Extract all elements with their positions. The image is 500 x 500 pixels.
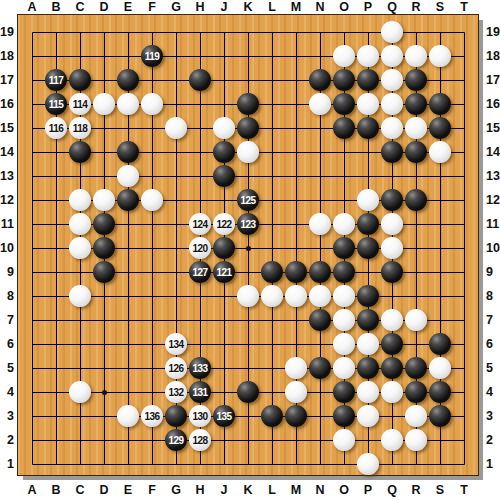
board-cell-P12[interactable] <box>356 188 380 212</box>
white-stone-Q18[interactable] <box>381 45 403 67</box>
board-cell-J6[interactable] <box>212 332 236 356</box>
board-cell-R17[interactable] <box>404 68 428 92</box>
board-cell-G10[interactable] <box>164 236 188 260</box>
board-cell-D2[interactable] <box>92 428 116 452</box>
board-cell-R18[interactable] <box>404 44 428 68</box>
black-stone-C14[interactable] <box>69 141 91 163</box>
board-cell-P4[interactable] <box>356 380 380 404</box>
board-cell-C15[interactable]: 118 <box>68 116 92 140</box>
board-cell-H12[interactable] <box>188 188 212 212</box>
board-cell-P13[interactable] <box>356 164 380 188</box>
board-cell-H18[interactable] <box>188 44 212 68</box>
white-stone-M5[interactable] <box>285 357 307 379</box>
black-stone-O3[interactable] <box>333 405 355 427</box>
board-cell-D16[interactable] <box>92 92 116 116</box>
board-cell-O5[interactable] <box>332 356 356 380</box>
board-cell-F13[interactable] <box>140 164 164 188</box>
board-cell-L2[interactable] <box>260 428 284 452</box>
board-cell-H17[interactable] <box>188 68 212 92</box>
board-cell-J15[interactable] <box>212 116 236 140</box>
board-cell-L18[interactable] <box>260 44 284 68</box>
board-cell-B14[interactable] <box>44 140 68 164</box>
board-cell-H7[interactable] <box>188 308 212 332</box>
board-cell-J16[interactable] <box>212 92 236 116</box>
board-cell-M16[interactable] <box>284 92 308 116</box>
board-cell-L5[interactable] <box>260 356 284 380</box>
board-cell-M13[interactable] <box>284 164 308 188</box>
board-cell-S7[interactable] <box>428 308 452 332</box>
black-stone-R4[interactable] <box>405 381 427 403</box>
board-cell-S14[interactable] <box>428 140 452 164</box>
black-stone-O4[interactable] <box>333 381 355 403</box>
board-cell-A16[interactable] <box>20 92 44 116</box>
black-stone-D9[interactable] <box>93 261 115 283</box>
board-cell-G4[interactable]: 132 <box>164 380 188 404</box>
board-cell-A6[interactable] <box>20 332 44 356</box>
board-cell-G6[interactable]: 134 <box>164 332 188 356</box>
board-cell-L12[interactable] <box>260 188 284 212</box>
board-cell-T5[interactable] <box>452 356 476 380</box>
board-cell-A14[interactable] <box>20 140 44 164</box>
board-cell-H11[interactable]: 124 <box>188 212 212 236</box>
board-cell-P16[interactable] <box>356 92 380 116</box>
board-cell-B19[interactable] <box>44 20 68 44</box>
board-cell-S15[interactable] <box>428 116 452 140</box>
white-stone-F12[interactable] <box>141 189 163 211</box>
board-cell-J4[interactable] <box>212 380 236 404</box>
board-cell-M1[interactable] <box>284 452 308 476</box>
black-stone-N17[interactable] <box>309 69 331 91</box>
board-cell-O11[interactable] <box>332 212 356 236</box>
board-cell-G15[interactable] <box>164 116 188 140</box>
white-stone-G6[interactable]: 134 <box>165 333 187 355</box>
white-stone-O11[interactable] <box>333 213 355 235</box>
board-cell-E1[interactable] <box>116 452 140 476</box>
white-stone-C16[interactable]: 114 <box>69 93 91 115</box>
board-cell-B1[interactable] <box>44 452 68 476</box>
board-cell-F19[interactable] <box>140 20 164 44</box>
board-cell-E5[interactable] <box>116 356 140 380</box>
board-cell-O9[interactable] <box>332 260 356 284</box>
white-stone-R3[interactable] <box>405 405 427 427</box>
board-cell-A17[interactable] <box>20 68 44 92</box>
board-cell-J8[interactable] <box>212 284 236 308</box>
board-cell-D9[interactable] <box>92 260 116 284</box>
board-cell-G14[interactable] <box>164 140 188 164</box>
board-cell-R3[interactable] <box>404 404 428 428</box>
board-cell-O8[interactable] <box>332 284 356 308</box>
white-stone-P6[interactable] <box>357 333 379 355</box>
board-cell-F8[interactable] <box>140 284 164 308</box>
black-stone-J13[interactable] <box>213 165 235 187</box>
board-cell-E13[interactable] <box>116 164 140 188</box>
white-stone-Q4[interactable] <box>381 381 403 403</box>
board-cell-B13[interactable] <box>44 164 68 188</box>
board-cell-D7[interactable] <box>92 308 116 332</box>
black-stone-O17[interactable] <box>333 69 355 91</box>
board-cell-K10[interactable] <box>236 236 260 260</box>
black-stone-O10[interactable] <box>333 237 355 259</box>
board-cell-G17[interactable] <box>164 68 188 92</box>
black-stone-N9[interactable] <box>309 261 331 283</box>
board-cell-M17[interactable] <box>284 68 308 92</box>
board-cell-Q17[interactable] <box>380 68 404 92</box>
board-cell-T19[interactable] <box>452 20 476 44</box>
board-cell-L10[interactable] <box>260 236 284 260</box>
board-cell-O19[interactable] <box>332 20 356 44</box>
board-cell-M15[interactable] <box>284 116 308 140</box>
black-stone-L9[interactable] <box>261 261 283 283</box>
board-cell-D8[interactable] <box>92 284 116 308</box>
white-stone-J15[interactable] <box>213 117 235 139</box>
board-cell-C1[interactable] <box>68 452 92 476</box>
board-cell-R16[interactable] <box>404 92 428 116</box>
board-cell-P9[interactable] <box>356 260 380 284</box>
black-stone-C17[interactable] <box>69 69 91 91</box>
board-cell-D3[interactable] <box>92 404 116 428</box>
board-cell-S9[interactable] <box>428 260 452 284</box>
black-stone-J10[interactable] <box>213 237 235 259</box>
board-cell-Q2[interactable] <box>380 428 404 452</box>
board-cell-N4[interactable] <box>308 380 332 404</box>
white-stone-P16[interactable] <box>357 93 379 115</box>
white-stone-H3[interactable]: 130 <box>189 405 211 427</box>
board-cell-R1[interactable] <box>404 452 428 476</box>
white-stone-E16[interactable] <box>117 93 139 115</box>
white-stone-C10[interactable] <box>69 237 91 259</box>
board-cell-S1[interactable] <box>428 452 452 476</box>
board-cell-H6[interactable] <box>188 332 212 356</box>
board-cell-O16[interactable] <box>332 92 356 116</box>
black-stone-Q9[interactable] <box>381 261 403 283</box>
board-cell-O4[interactable] <box>332 380 356 404</box>
board-cell-B17[interactable]: 117 <box>44 68 68 92</box>
white-stone-Q10[interactable] <box>381 237 403 259</box>
board-cell-Q3[interactable] <box>380 404 404 428</box>
board-cell-J2[interactable] <box>212 428 236 452</box>
board-cell-P19[interactable] <box>356 20 380 44</box>
board-cell-S6[interactable] <box>428 332 452 356</box>
board-cell-H10[interactable]: 120 <box>188 236 212 260</box>
board-cell-E15[interactable] <box>116 116 140 140</box>
board-cell-G11[interactable] <box>164 212 188 236</box>
board-cell-B10[interactable] <box>44 236 68 260</box>
white-stone-J11[interactable]: 122 <box>213 213 235 235</box>
board-cell-G5[interactable]: 126 <box>164 356 188 380</box>
board-cell-B4[interactable] <box>44 380 68 404</box>
board-cell-K18[interactable] <box>236 44 260 68</box>
board-cell-H1[interactable] <box>188 452 212 476</box>
board-cell-A13[interactable] <box>20 164 44 188</box>
board-cell-S19[interactable] <box>428 20 452 44</box>
board-cell-M18[interactable] <box>284 44 308 68</box>
black-stone-O15[interactable] <box>333 117 355 139</box>
board-cell-M10[interactable] <box>284 236 308 260</box>
white-stone-S5[interactable] <box>429 357 451 379</box>
board-cell-C6[interactable] <box>68 332 92 356</box>
board-cell-O2[interactable] <box>332 428 356 452</box>
board-cell-K17[interactable] <box>236 68 260 92</box>
board-cell-S4[interactable] <box>428 380 452 404</box>
white-stone-C4[interactable] <box>69 381 91 403</box>
board-cell-P2[interactable] <box>356 428 380 452</box>
board-cell-A5[interactable] <box>20 356 44 380</box>
board-cell-E11[interactable] <box>116 212 140 236</box>
white-stone-O8[interactable] <box>333 285 355 307</box>
board-cell-J18[interactable] <box>212 44 236 68</box>
board-cell-L4[interactable] <box>260 380 284 404</box>
board-cell-J11[interactable]: 122 <box>212 212 236 236</box>
board-cell-L8[interactable] <box>260 284 284 308</box>
white-stone-H10[interactable]: 120 <box>189 237 211 259</box>
white-stone-E3[interactable] <box>117 405 139 427</box>
white-stone-R2[interactable] <box>405 429 427 451</box>
board-cell-S8[interactable] <box>428 284 452 308</box>
board-cell-R8[interactable] <box>404 284 428 308</box>
black-stone-P5[interactable] <box>357 357 379 379</box>
board-cell-G2[interactable]: 129 <box>164 428 188 452</box>
board-cell-B11[interactable] <box>44 212 68 236</box>
white-stone-O7[interactable] <box>333 309 355 331</box>
white-stone-F3[interactable]: 136 <box>141 405 163 427</box>
board-cell-C11[interactable] <box>68 212 92 236</box>
black-stone-K15[interactable] <box>237 117 259 139</box>
white-stone-L8[interactable] <box>261 285 283 307</box>
black-stone-P8[interactable] <box>357 285 379 307</box>
board-cell-G13[interactable] <box>164 164 188 188</box>
board-cell-T7[interactable] <box>452 308 476 332</box>
board-cell-N18[interactable] <box>308 44 332 68</box>
board-cell-E12[interactable] <box>116 188 140 212</box>
board-cell-C3[interactable] <box>68 404 92 428</box>
board-cell-F10[interactable] <box>140 236 164 260</box>
white-stone-H2[interactable]: 128 <box>189 429 211 451</box>
black-stone-K16[interactable] <box>237 93 259 115</box>
white-stone-P4[interactable] <box>357 381 379 403</box>
board-cell-M2[interactable] <box>284 428 308 452</box>
board-cell-D1[interactable] <box>92 452 116 476</box>
board-cell-L16[interactable] <box>260 92 284 116</box>
board-cell-C13[interactable] <box>68 164 92 188</box>
board-cell-N5[interactable] <box>308 356 332 380</box>
board-cell-Q4[interactable] <box>380 380 404 404</box>
board-cell-R15[interactable] <box>404 116 428 140</box>
board-cell-O12[interactable] <box>332 188 356 212</box>
white-stone-Q2[interactable] <box>381 429 403 451</box>
board-cell-T16[interactable] <box>452 92 476 116</box>
board-cell-A11[interactable] <box>20 212 44 236</box>
white-stone-M4[interactable] <box>285 381 307 403</box>
board-cell-S10[interactable] <box>428 236 452 260</box>
board-cell-P11[interactable] <box>356 212 380 236</box>
board-cell-K14[interactable] <box>236 140 260 164</box>
board-cell-K16[interactable] <box>236 92 260 116</box>
black-stone-B17[interactable]: 117 <box>45 69 67 91</box>
board-cell-T1[interactable] <box>452 452 476 476</box>
board-cell-Q7[interactable] <box>380 308 404 332</box>
board-cell-H5[interactable]: 133 <box>188 356 212 380</box>
board-cell-A19[interactable] <box>20 20 44 44</box>
white-stone-F16[interactable] <box>141 93 163 115</box>
white-stone-O5[interactable] <box>333 357 355 379</box>
board-cell-K1[interactable] <box>236 452 260 476</box>
board-cell-C4[interactable] <box>68 380 92 404</box>
board-cell-J9[interactable]: 121 <box>212 260 236 284</box>
board-cell-N14[interactable] <box>308 140 332 164</box>
black-stone-Q12[interactable] <box>381 189 403 211</box>
black-stone-M9[interactable] <box>285 261 307 283</box>
board-cell-E8[interactable] <box>116 284 140 308</box>
board-cell-N13[interactable] <box>308 164 332 188</box>
board-cell-F5[interactable] <box>140 356 164 380</box>
board-cell-M8[interactable] <box>284 284 308 308</box>
board-cell-K19[interactable] <box>236 20 260 44</box>
board-cell-H14[interactable] <box>188 140 212 164</box>
black-stone-N5[interactable] <box>309 357 331 379</box>
white-stone-C15[interactable]: 118 <box>69 117 91 139</box>
white-stone-P18[interactable] <box>357 45 379 67</box>
board-cell-D10[interactable] <box>92 236 116 260</box>
black-stone-O16[interactable] <box>333 93 355 115</box>
board-cell-O7[interactable] <box>332 308 356 332</box>
board-cell-O15[interactable] <box>332 116 356 140</box>
board-cell-P10[interactable] <box>356 236 380 260</box>
board-cell-Q10[interactable] <box>380 236 404 260</box>
board-cell-K4[interactable] <box>236 380 260 404</box>
board-cell-C8[interactable] <box>68 284 92 308</box>
black-stone-K11[interactable]: 123 <box>237 213 259 235</box>
board-cell-F4[interactable] <box>140 380 164 404</box>
board-cell-M6[interactable] <box>284 332 308 356</box>
board-cell-Q1[interactable] <box>380 452 404 476</box>
board-cell-P17[interactable] <box>356 68 380 92</box>
board-cell-P7[interactable] <box>356 308 380 332</box>
black-stone-D11[interactable] <box>93 213 115 235</box>
white-stone-R15[interactable] <box>405 117 427 139</box>
board-cell-F7[interactable] <box>140 308 164 332</box>
white-stone-Q7[interactable] <box>381 309 403 331</box>
board-cell-O6[interactable] <box>332 332 356 356</box>
board-cell-B5[interactable] <box>44 356 68 380</box>
board-cell-E19[interactable] <box>116 20 140 44</box>
board-cell-O1[interactable] <box>332 452 356 476</box>
board-cell-C10[interactable] <box>68 236 92 260</box>
board-cell-K6[interactable] <box>236 332 260 356</box>
board-cell-E16[interactable] <box>116 92 140 116</box>
board-cell-E10[interactable] <box>116 236 140 260</box>
white-stone-P3[interactable] <box>357 405 379 427</box>
white-stone-H11[interactable]: 124 <box>189 213 211 235</box>
board-cell-G18[interactable] <box>164 44 188 68</box>
white-stone-R18[interactable] <box>405 45 427 67</box>
board-cell-R4[interactable] <box>404 380 428 404</box>
board-cell-T3[interactable] <box>452 404 476 428</box>
board-cell-Q12[interactable] <box>380 188 404 212</box>
board-cell-N3[interactable] <box>308 404 332 428</box>
board-cell-T17[interactable] <box>452 68 476 92</box>
board-cell-A8[interactable] <box>20 284 44 308</box>
board-cell-D17[interactable] <box>92 68 116 92</box>
board-cell-J17[interactable] <box>212 68 236 92</box>
board-cell-C19[interactable] <box>68 20 92 44</box>
white-stone-N16[interactable] <box>309 93 331 115</box>
board-cell-S5[interactable] <box>428 356 452 380</box>
board-cell-F17[interactable] <box>140 68 164 92</box>
board-cell-F14[interactable] <box>140 140 164 164</box>
board-cell-C2[interactable] <box>68 428 92 452</box>
board-cell-D14[interactable] <box>92 140 116 164</box>
board-cell-Q9[interactable] <box>380 260 404 284</box>
board-cell-B18[interactable] <box>44 44 68 68</box>
board-cell-F9[interactable] <box>140 260 164 284</box>
board-cell-L17[interactable] <box>260 68 284 92</box>
board-cell-E9[interactable] <box>116 260 140 284</box>
board-cell-R13[interactable] <box>404 164 428 188</box>
board-cell-H8[interactable] <box>188 284 212 308</box>
board-cell-F11[interactable] <box>140 212 164 236</box>
board-cell-M14[interactable] <box>284 140 308 164</box>
board-cell-F6[interactable] <box>140 332 164 356</box>
black-stone-S3[interactable] <box>429 405 451 427</box>
board-cell-M11[interactable] <box>284 212 308 236</box>
board-cell-A2[interactable] <box>20 428 44 452</box>
board-cell-J14[interactable] <box>212 140 236 164</box>
board-cell-P14[interactable] <box>356 140 380 164</box>
board-cell-J3[interactable]: 135 <box>212 404 236 428</box>
board-cell-S16[interactable] <box>428 92 452 116</box>
board-cell-B2[interactable] <box>44 428 68 452</box>
board-cell-J10[interactable] <box>212 236 236 260</box>
board-cell-G7[interactable] <box>164 308 188 332</box>
board-cell-R19[interactable] <box>404 20 428 44</box>
board-cell-N8[interactable] <box>308 284 332 308</box>
board-cell-O18[interactable] <box>332 44 356 68</box>
board-cell-M4[interactable] <box>284 380 308 404</box>
board-cell-Q11[interactable] <box>380 212 404 236</box>
black-stone-F18[interactable]: 119 <box>141 45 163 67</box>
board-cell-N11[interactable] <box>308 212 332 236</box>
board-cell-A9[interactable] <box>20 260 44 284</box>
white-stone-O6[interactable] <box>333 333 355 355</box>
board-cell-K2[interactable] <box>236 428 260 452</box>
board-cell-R6[interactable] <box>404 332 428 356</box>
board-cell-M9[interactable] <box>284 260 308 284</box>
board-cell-E14[interactable] <box>116 140 140 164</box>
board-cell-N1[interactable] <box>308 452 332 476</box>
board-cell-N10[interactable] <box>308 236 332 260</box>
board-cell-E2[interactable] <box>116 428 140 452</box>
board-cell-D4[interactable] <box>92 380 116 404</box>
board-cell-A4[interactable] <box>20 380 44 404</box>
board-cell-K15[interactable] <box>236 116 260 140</box>
board-cell-S18[interactable] <box>428 44 452 68</box>
white-stone-Q11[interactable] <box>381 213 403 235</box>
board-cell-Q16[interactable] <box>380 92 404 116</box>
board-cell-N12[interactable] <box>308 188 332 212</box>
board-cell-B8[interactable] <box>44 284 68 308</box>
board-cell-B12[interactable] <box>44 188 68 212</box>
board-cell-R12[interactable] <box>404 188 428 212</box>
board-cell-F16[interactable] <box>140 92 164 116</box>
board-cell-H16[interactable] <box>188 92 212 116</box>
board-cell-H15[interactable] <box>188 116 212 140</box>
board-cell-J7[interactable] <box>212 308 236 332</box>
board-cell-P18[interactable] <box>356 44 380 68</box>
board-cell-K8[interactable] <box>236 284 260 308</box>
board-cell-H2[interactable]: 128 <box>188 428 212 452</box>
black-stone-Q5[interactable] <box>381 357 403 379</box>
board-cell-T15[interactable] <box>452 116 476 140</box>
